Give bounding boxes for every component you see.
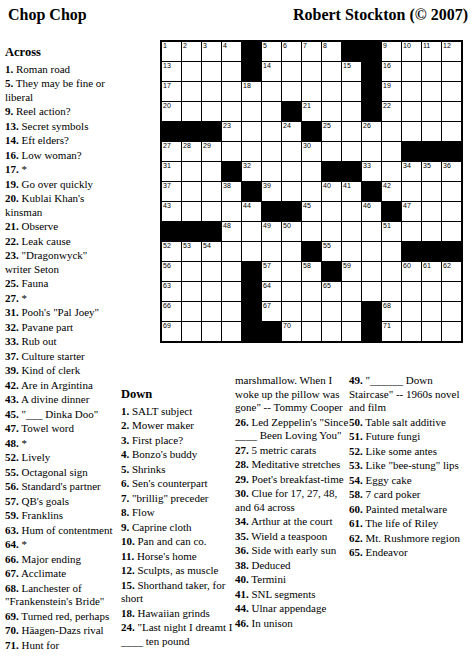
cell-r13c7[interactable]	[282, 282, 301, 301]
cell-r2c15[interactable]	[442, 62, 461, 81]
cell-number: 3	[203, 42, 207, 50]
cell-r7c6[interactable]	[262, 162, 281, 181]
down-clue-6: 6. Sen's counterpart	[121, 477, 233, 491]
cell-r8c7[interactable]	[282, 182, 301, 201]
cell-r2c10[interactable]: 15	[342, 62, 361, 81]
cell-r3c10[interactable]	[342, 82, 361, 101]
cell-r1c6[interactable]: 5	[262, 42, 281, 61]
cell-r4c10[interactable]	[342, 102, 361, 121]
cell-r13c4[interactable]	[222, 282, 241, 301]
cell-r2c7[interactable]	[282, 62, 301, 81]
down-clue-2: 2. Mower maker	[121, 419, 233, 433]
cell-r10c11[interactable]	[362, 222, 381, 241]
cell-r14c3[interactable]	[202, 302, 221, 321]
cell-r1c7[interactable]: 6	[282, 42, 301, 61]
cell-r1c14[interactable]: 11	[422, 42, 441, 61]
cell-r11c9[interactable]: 55	[322, 242, 341, 261]
cell-r13c14[interactable]	[422, 282, 441, 301]
cell-r14c15[interactable]	[442, 302, 461, 321]
cell-r12c13[interactable]: 60	[402, 262, 421, 281]
cell-r8c3[interactable]	[202, 182, 221, 201]
cell-number: 59	[343, 262, 351, 270]
cell-r14c10[interactable]	[342, 302, 361, 321]
across-clue-list: 1. Roman road5. They may be fine or libe…	[5, 63, 115, 653]
cell-number: 61	[423, 262, 431, 270]
cell-r5c5[interactable]	[242, 122, 261, 141]
cell-r8c15[interactable]	[442, 182, 461, 201]
cell-r12c6[interactable]: 57	[262, 262, 281, 281]
cell-r2c8[interactable]	[302, 62, 321, 81]
cell-r13c11[interactable]	[362, 282, 381, 301]
cell-r6c2[interactable]: 28	[182, 142, 201, 161]
black-cell-r10c2	[182, 222, 201, 241]
cell-r4c14[interactable]	[422, 102, 441, 121]
crossword-grid: 1234567891011121314151617181920212223242…	[160, 40, 463, 343]
cell-number: 11	[423, 42, 430, 50]
cell-r13c6[interactable]: 64	[262, 282, 281, 301]
cell-r1c1[interactable]: 1	[162, 42, 181, 61]
across-clue-55: 55. Octagonal sign	[5, 466, 115, 480]
cell-r15c3[interactable]	[202, 322, 221, 341]
down-clue-46: 46. In unison	[235, 617, 349, 631]
black-cell-r3c11	[362, 82, 381, 101]
cell-r15c10[interactable]	[342, 322, 361, 341]
cell-r6c1[interactable]: 27	[162, 142, 181, 161]
cell-r9c9[interactable]	[322, 202, 341, 221]
across-clue-1: 1. Roman road	[5, 63, 115, 77]
cell-r9c4[interactable]	[222, 202, 241, 221]
black-cell-r1c11	[362, 42, 381, 61]
cell-r13c12[interactable]	[382, 282, 401, 301]
cell-r7c7[interactable]	[282, 162, 301, 181]
black-cell-r12c9	[322, 262, 341, 281]
cell-r12c14[interactable]: 61	[422, 262, 441, 281]
cell-r5c10[interactable]	[342, 122, 361, 141]
down-header: Down	[121, 388, 233, 402]
cell-r3c9[interactable]	[322, 82, 341, 101]
cell-number: 63	[163, 282, 171, 290]
cell-r8c6[interactable]: 39	[262, 182, 281, 201]
cell-r10c10[interactable]	[342, 222, 361, 241]
cell-r12c2[interactable]	[182, 262, 201, 281]
cell-r7c3[interactable]	[202, 162, 221, 181]
cell-r11c2[interactable]: 53	[182, 242, 201, 261]
cell-r6c6[interactable]	[262, 142, 281, 161]
cell-r11c7[interactable]	[282, 242, 301, 261]
down-clue-30: 30. Clue for 17, 27, 48, and 64 across	[235, 487, 349, 514]
cell-number: 22	[383, 102, 391, 110]
black-cell-r8c11	[362, 182, 381, 201]
cell-r8c13[interactable]	[402, 182, 421, 201]
cell-r2c4[interactable]	[222, 62, 241, 81]
cell-r14c7[interactable]	[282, 302, 301, 321]
cell-r4c8[interactable]: 21	[302, 102, 321, 121]
cell-number: 53	[183, 242, 191, 250]
cell-r4c12[interactable]: 22	[382, 102, 401, 121]
cell-r2c12[interactable]: 16	[382, 62, 401, 81]
cell-r14c13[interactable]	[402, 302, 421, 321]
cell-r3c12[interactable]: 19	[382, 82, 401, 101]
across-clue-66: 66. Major ending	[5, 553, 115, 567]
cell-r7c12[interactable]	[382, 162, 401, 181]
cell-r14c9[interactable]	[322, 302, 341, 321]
cell-r15c12[interactable]: 71	[382, 322, 401, 341]
cell-r5c9[interactable]: 25	[322, 122, 341, 141]
cell-r15c1[interactable]: 69	[162, 322, 181, 341]
cell-r15c4[interactable]	[222, 322, 241, 341]
cell-r5c11[interactable]: 26	[362, 122, 381, 141]
black-cell-r6c13	[402, 142, 421, 161]
cell-r4c6[interactable]	[262, 102, 281, 121]
down-clue-34: 34. Arthur at the court	[235, 515, 349, 529]
cell-r1c15[interactable]: 12	[442, 42, 461, 61]
cell-number: 69	[163, 322, 171, 330]
cell-r3c1[interactable]: 17	[162, 82, 181, 101]
cell-r1c2[interactable]: 2	[182, 42, 201, 61]
cell-number: 68	[383, 302, 391, 310]
black-cell-r5c8	[302, 122, 321, 141]
down-clue-5: 5. Shrinks	[121, 463, 233, 477]
cell-r7c11[interactable]: 33	[362, 162, 381, 181]
down-clue-3: 3. First place?	[121, 434, 233, 448]
cell-r10c4[interactable]: 48	[222, 222, 241, 241]
cell-r9c5[interactable]: 44	[242, 202, 261, 221]
across-clue-27: 27. *	[5, 292, 115, 306]
cell-r10c9[interactable]	[322, 222, 341, 241]
cell-r9c14[interactable]	[422, 202, 441, 221]
cell-number: 54	[203, 242, 211, 250]
cell-r1c3[interactable]: 3	[202, 42, 221, 61]
cell-r12c1[interactable]: 56	[162, 262, 181, 281]
cell-r10c6[interactable]: 49	[262, 222, 281, 241]
across-clue-68: 68. Lanchester of "Frankenstein's Bride"	[5, 582, 115, 609]
black-cell-r1c10	[342, 42, 361, 61]
cell-r3c13[interactable]	[402, 82, 421, 101]
cell-r6c5[interactable]	[242, 142, 261, 161]
cell-r6c4[interactable]	[222, 142, 241, 161]
byline: Robert Stockton (© 2007)	[293, 6, 468, 24]
cell-r11c12[interactable]	[382, 242, 401, 261]
cell-r13c2[interactable]	[182, 282, 201, 301]
across-clue-19: 19. Go over quickly	[5, 178, 115, 192]
across-clue-63: 63. Hum of contentment	[5, 524, 115, 538]
cell-number: 26	[363, 122, 371, 130]
cell-r8c9[interactable]: 40	[322, 182, 341, 201]
cell-r6c10[interactable]	[342, 142, 361, 161]
black-cell-r14c11	[362, 302, 381, 321]
cell-number: 31	[163, 162, 171, 170]
cell-r6c9[interactable]	[322, 142, 341, 161]
cell-r10c13[interactable]	[402, 222, 421, 241]
cell-r12c15[interactable]: 62	[442, 262, 461, 281]
cell-r12c7[interactable]	[282, 262, 301, 281]
cell-r9c1[interactable]: 43	[162, 202, 181, 221]
down-clue-28: 28. Meditative stretches	[235, 458, 349, 472]
cell-r6c12[interactable]	[382, 142, 401, 161]
down-clue-52: 52. Like some antes	[349, 445, 471, 459]
cell-r4c4[interactable]	[222, 102, 241, 121]
cell-r15c14[interactable]	[422, 322, 441, 341]
cell-r7c1[interactable]: 31	[162, 162, 181, 181]
cell-r14c14[interactable]	[422, 302, 441, 321]
across-clue-25: 25. Fauna	[5, 277, 115, 291]
cell-r12c3[interactable]	[202, 262, 221, 281]
across-clue-21: 21. Observe	[5, 220, 115, 234]
black-cell-r8c5	[242, 182, 261, 201]
cell-r13c10[interactable]	[342, 282, 361, 301]
cell-r7c5[interactable]: 32	[242, 162, 261, 181]
cell-r2c14[interactable]	[422, 62, 441, 81]
across-clue-69: 69. Turned red, perhaps	[5, 610, 115, 624]
cell-r14c8[interactable]	[302, 302, 321, 321]
across-clue-16: 16. Low woman?	[5, 149, 115, 163]
cell-r5c6[interactable]	[262, 122, 281, 141]
across-clue-67: 67. Acclimate	[5, 567, 115, 581]
cell-r8c8[interactable]	[302, 182, 321, 201]
cell-r5c14[interactable]	[422, 122, 441, 141]
cell-r14c12[interactable]: 68	[382, 302, 401, 321]
down-clue-53: 53. Like "bee-stung" lips	[349, 459, 471, 473]
cell-r6c7[interactable]	[282, 142, 301, 161]
black-cell-r15c6	[262, 322, 281, 341]
down-clue-12: 12. Sculpts, as muscle	[121, 564, 233, 578]
cell-r3c15[interactable]	[442, 82, 461, 101]
down-clue-51: 51. Future fungi	[349, 430, 471, 444]
black-cell-r4c7	[282, 102, 301, 121]
cell-r2c13[interactable]	[402, 62, 421, 81]
black-cell-r5c1	[162, 122, 181, 141]
across-clue-52: 52. Lively	[5, 451, 115, 465]
cell-r9c3[interactable]	[202, 202, 221, 221]
cell-r11c5[interactable]	[242, 242, 261, 261]
cell-number: 1	[163, 42, 167, 50]
cell-r11c10[interactable]	[342, 242, 361, 261]
cell-r4c3[interactable]	[202, 102, 221, 121]
cell-r15c13[interactable]	[402, 322, 421, 341]
cell-number: 55	[323, 242, 331, 250]
down-clue-40: 40. Termini	[235, 573, 349, 587]
down-clue-58: 58. 7 card poker	[349, 488, 471, 502]
cell-r9c13[interactable]: 47	[402, 202, 421, 221]
across-clue-17: 17. *	[5, 163, 115, 177]
cell-r3c7[interactable]	[282, 82, 301, 101]
down-clue-36: 36. Side with early sun	[235, 544, 349, 558]
cell-r8c10[interactable]: 41	[342, 182, 361, 201]
cell-r4c1[interactable]: 20	[162, 102, 181, 121]
cell-r2c6[interactable]: 14	[262, 62, 281, 81]
cell-r6c8[interactable]: 30	[302, 142, 321, 161]
cell-r12c11[interactable]	[362, 262, 381, 281]
down-clue-29: 29. Poet's breakfast-time	[235, 473, 349, 487]
cell-r13c1[interactable]: 63	[162, 282, 181, 301]
cell-number: 66	[163, 302, 171, 310]
across-clue-9: 9. Reel action?	[5, 105, 115, 119]
down-clue-50: 50. Table salt additive	[349, 416, 471, 430]
page-title: Chop Chop	[8, 6, 87, 24]
cell-number: 41	[343, 182, 351, 190]
cell-r11c11[interactable]	[362, 242, 381, 261]
black-cell-r15c5	[242, 322, 261, 341]
cell-r9c15[interactable]	[442, 202, 461, 221]
black-cell-r7c9	[322, 162, 341, 181]
cell-r10c14[interactable]	[422, 222, 441, 241]
black-cell-r6c15	[442, 142, 461, 161]
cell-r7c15[interactable]: 36	[442, 162, 461, 181]
cell-number: 33	[363, 162, 371, 170]
cell-r13c13[interactable]	[402, 282, 421, 301]
cell-r13c15[interactable]	[442, 282, 461, 301]
cell-r15c15[interactable]	[442, 322, 461, 341]
down-clue-65: 65. Endeavor	[349, 546, 471, 560]
down-clue-15: 15. Shorthand taker, for short	[121, 579, 233, 606]
cell-r1c9[interactable]: 8	[322, 42, 341, 61]
cell-number: 17	[163, 82, 171, 90]
cell-r3c8[interactable]	[302, 82, 321, 101]
down-clue-8: 8. Flow	[121, 506, 233, 520]
cell-r8c12[interactable]: 42	[382, 182, 401, 201]
cell-number: 50	[283, 222, 291, 230]
cell-r14c1[interactable]: 66	[162, 302, 181, 321]
black-cell-r9c6	[262, 202, 281, 221]
cell-r9c8[interactable]: 45	[302, 202, 321, 221]
cell-r14c2[interactable]	[182, 302, 201, 321]
down-clue-60: 60. Painted metalware	[349, 503, 471, 517]
across-clue-5: 5. They may be fine or liberal	[5, 77, 115, 104]
down-clues-column-2: marshmallow. When I woke up the pillow w…	[235, 374, 349, 631]
cell-r12c4[interactable]	[222, 262, 241, 281]
across-clue-70: 70. Häagen-Dazs rival	[5, 624, 115, 638]
black-cell-r5c2	[182, 122, 201, 141]
cell-r15c7[interactable]: 70	[282, 322, 301, 341]
cell-r1c8[interactable]: 7	[302, 42, 321, 61]
black-cell-r7c4	[222, 162, 241, 181]
across-clue-56: 56. Standard's partner	[5, 480, 115, 494]
cell-number: 25	[323, 122, 331, 130]
cell-r9c11[interactable]: 46	[362, 202, 381, 221]
cell-r3c2[interactable]	[182, 82, 201, 101]
across-clue-13: 13. Secret symbols	[5, 120, 115, 134]
cell-r3c4[interactable]	[222, 82, 241, 101]
cell-r8c1[interactable]: 37	[162, 182, 181, 201]
cell-r11c3[interactable]: 54	[202, 242, 221, 261]
cell-r10c15[interactable]	[442, 222, 461, 241]
cell-r7c2[interactable]	[182, 162, 201, 181]
across-clue-48: 48. *	[5, 437, 115, 451]
cell-number: 51	[383, 222, 391, 230]
cell-r12c8[interactable]: 58	[302, 262, 321, 281]
black-cell-r10c3	[202, 222, 221, 241]
down-clue-list-3: 49. "______ Down Staircase" -- 1960s nov…	[349, 374, 471, 560]
cell-r3c6[interactable]	[262, 82, 281, 101]
cell-r1c13[interactable]: 10	[402, 42, 421, 61]
black-cell-r9c12	[382, 202, 401, 221]
cell-number: 47	[403, 202, 411, 210]
cell-r10c12[interactable]: 51	[382, 222, 401, 241]
cell-r13c8[interactable]	[302, 282, 321, 301]
cell-r11c4[interactable]	[222, 242, 241, 261]
cell-r8c4[interactable]: 38	[222, 182, 241, 201]
cell-r13c3[interactable]	[202, 282, 221, 301]
across-clue-71: 71. Hunt for	[5, 639, 115, 653]
cell-number: 30	[303, 142, 311, 150]
cell-r13c9[interactable]: 65	[322, 282, 341, 301]
cell-r12c10[interactable]: 59	[342, 262, 361, 281]
down-clue-61: 61. The life of Riley	[349, 517, 471, 531]
cell-r8c14[interactable]	[422, 182, 441, 201]
cell-number: 7	[303, 42, 307, 50]
cell-number: 65	[323, 282, 331, 290]
cell-r2c9[interactable]	[322, 62, 341, 81]
cell-number: 64	[263, 282, 271, 290]
cell-r5c7[interactable]: 24	[282, 122, 301, 141]
cell-r4c15[interactable]	[442, 102, 461, 121]
cell-r15c2[interactable]	[182, 322, 201, 341]
cell-r14c6[interactable]: 67	[262, 302, 281, 321]
cell-r7c8[interactable]	[302, 162, 321, 181]
cell-r8c2[interactable]	[182, 182, 201, 201]
cell-number: 62	[443, 262, 451, 270]
black-cell-r10c1	[162, 222, 181, 241]
cell-r15c8[interactable]	[302, 322, 321, 341]
black-cell-r14c5	[242, 302, 261, 321]
down-clue-4: 4. Bonzo's buddy	[121, 448, 233, 462]
cell-r6c11[interactable]	[362, 142, 381, 161]
cell-r3c3[interactable]	[202, 82, 221, 101]
cell-r9c10[interactable]	[342, 202, 361, 221]
cell-r6c3[interactable]: 29	[202, 142, 221, 161]
cell-number: 2	[183, 42, 187, 50]
cell-r4c5[interactable]	[242, 102, 261, 121]
cell-r11c1[interactable]: 52	[162, 242, 181, 261]
cell-r3c5[interactable]: 18	[242, 82, 261, 101]
down-clue-54: 54. Eggy cake	[349, 474, 471, 488]
cell-r7c14[interactable]: 35	[422, 162, 441, 181]
cell-r2c1[interactable]: 13	[162, 62, 181, 81]
cell-number: 45	[303, 202, 311, 210]
cell-r2c3[interactable]	[202, 62, 221, 81]
cell-r5c12[interactable]	[382, 122, 401, 141]
cell-number: 10	[403, 42, 411, 50]
cell-r10c5[interactable]	[242, 222, 261, 241]
cell-r4c9[interactable]	[322, 102, 341, 121]
cell-r1c12[interactable]: 9	[382, 42, 401, 61]
cell-number: 32	[243, 162, 251, 170]
black-cell-r5c3	[202, 122, 221, 141]
cell-r4c2[interactable]	[182, 102, 201, 121]
cell-r11c6[interactable]	[262, 242, 281, 261]
cell-r3c14[interactable]	[422, 82, 441, 101]
across-clue-14: 14. Eft elders?	[5, 134, 115, 148]
down-clue-26: 26. Led Zeppelin's "Since ____ Been Lovi…	[235, 416, 349, 443]
cell-r5c15[interactable]	[442, 122, 461, 141]
cell-r9c2[interactable]	[182, 202, 201, 221]
cell-r10c8[interactable]	[302, 222, 321, 241]
cell-r5c4[interactable]: 23	[222, 122, 241, 141]
cell-r5c13[interactable]	[402, 122, 421, 141]
cell-r14c4[interactable]	[222, 302, 241, 321]
cell-r7c13[interactable]: 34	[402, 162, 421, 181]
black-cell-r7c10	[342, 162, 361, 181]
cell-r1c4[interactable]: 4	[222, 42, 241, 61]
cell-r10c7[interactable]: 50	[282, 222, 301, 241]
cell-r4c13[interactable]	[402, 102, 421, 121]
cell-number: 44	[243, 202, 251, 210]
cell-r15c9[interactable]	[322, 322, 341, 341]
cell-number: 5	[263, 42, 267, 50]
cell-r12c12[interactable]	[382, 262, 401, 281]
down-clue-44: 44. Ulnar appendage	[235, 602, 349, 616]
cell-r2c2[interactable]	[182, 62, 201, 81]
